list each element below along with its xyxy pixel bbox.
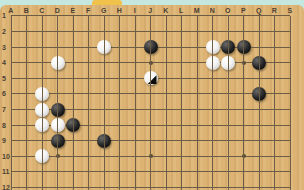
board-intersection-K3[interactable] <box>158 39 174 55</box>
board-intersection-R11[interactable] <box>267 164 283 180</box>
board-intersection-S7[interactable] <box>282 102 298 118</box>
board-intersection-B12[interactable] <box>19 180 35 190</box>
board-intersection-M3[interactable] <box>189 39 205 55</box>
board-intersection-I5[interactable] <box>127 71 143 87</box>
board-intersection-I3[interactable] <box>127 39 143 55</box>
row-label-3: 3 <box>0 39 10 55</box>
board-intersection-O10[interactable] <box>220 149 236 165</box>
board-intersection-L5[interactable] <box>174 71 190 87</box>
board-intersection-B3[interactable] <box>19 39 35 55</box>
board-intersection-N7[interactable] <box>205 102 221 118</box>
board-grid[interactable] <box>3 8 298 190</box>
board-intersection-J2[interactable] <box>143 24 159 40</box>
board-intersection-S9[interactable] <box>282 133 298 149</box>
board-intersection-S4[interactable] <box>282 55 298 71</box>
board-intersection-P6[interactable] <box>236 86 252 102</box>
board-intersection-L7[interactable] <box>174 102 190 118</box>
board-intersection-D8[interactable] <box>50 117 66 133</box>
board-intersection-O3[interactable] <box>220 39 236 55</box>
board-intersection-C7[interactable] <box>34 102 50 118</box>
board-intersection-E7[interactable] <box>65 102 81 118</box>
board-intersection-D7[interactable] <box>50 102 66 118</box>
board-intersection-O12[interactable] <box>220 180 236 190</box>
board-intersection-K10[interactable] <box>158 149 174 165</box>
board-intersection-I9[interactable] <box>127 133 143 149</box>
board-intersection-S3[interactable] <box>282 39 298 55</box>
board-intersection-P8[interactable] <box>236 117 252 133</box>
row-label-11: 11 <box>0 164 10 180</box>
board-intersection-L8[interactable] <box>174 117 190 133</box>
board-intersection-P11[interactable] <box>236 164 252 180</box>
board-intersection-J11[interactable] <box>143 164 159 180</box>
board-intersection-Q6[interactable] <box>251 86 267 102</box>
board-intersection-B5[interactable] <box>19 71 35 87</box>
board-intersection-B7[interactable] <box>19 102 35 118</box>
star-point-D10 <box>56 154 60 158</box>
app-screen: ABCDEFGHIJKLMNOPQRS 123456789101112 <box>0 0 304 190</box>
board-intersection-O11[interactable] <box>220 164 236 180</box>
board-intersection-L2[interactable] <box>174 24 190 40</box>
board-intersection-D4[interactable] <box>50 55 66 71</box>
black-stone-J3 <box>144 40 158 54</box>
board-intersection-H6[interactable] <box>112 86 128 102</box>
row-label-10: 10 <box>0 149 10 165</box>
board-intersection-N3[interactable] <box>205 39 221 55</box>
column-label-D: D <box>50 5 66 17</box>
board-intersection-F8[interactable] <box>81 117 97 133</box>
board-intersection-R10[interactable] <box>267 149 283 165</box>
board-intersection-N10[interactable] <box>205 149 221 165</box>
board-intersection-H5[interactable] <box>112 71 128 87</box>
board-intersection-S5[interactable] <box>282 71 298 87</box>
white-stone-O4 <box>221 56 235 70</box>
board-intersection-B11[interactable] <box>19 164 35 180</box>
board-intersection-B6[interactable] <box>19 86 35 102</box>
row-labels: 123456789101112 <box>0 8 10 190</box>
row-label-4: 4 <box>0 55 10 71</box>
star-point-P4 <box>242 61 246 65</box>
board-intersection-N5[interactable] <box>205 71 221 87</box>
star-point-J10 <box>149 154 153 158</box>
board-intersection-J10[interactable] <box>143 149 159 165</box>
row-label-7: 7 <box>0 102 10 118</box>
board-intersection-R8[interactable] <box>267 117 283 133</box>
board-intersection-B8[interactable] <box>19 117 35 133</box>
column-label-F: F <box>81 5 97 17</box>
board-intersection-F5[interactable] <box>81 71 97 87</box>
board-intersection-E8[interactable] <box>65 117 81 133</box>
board-intersection-D10[interactable] <box>50 149 66 165</box>
column-label-E: E <box>65 5 81 17</box>
board-intersection-G3[interactable] <box>96 39 112 55</box>
board-intersection-G10[interactable] <box>96 149 112 165</box>
board-intersection-J8[interactable] <box>143 117 159 133</box>
board-intersection-R5[interactable] <box>267 71 283 87</box>
board-intersection-L9[interactable] <box>174 133 190 149</box>
board-intersection-D6[interactable] <box>50 86 66 102</box>
board-intersection-Q7[interactable] <box>251 102 267 118</box>
board-intersection-J3[interactable] <box>143 39 159 55</box>
board-intersection-M2[interactable] <box>189 24 205 40</box>
board-intersection-Q2[interactable] <box>251 24 267 40</box>
board-intersection-G9[interactable] <box>96 133 112 149</box>
board-intersection-Q10[interactable] <box>251 149 267 165</box>
board-intersection-D9[interactable] <box>50 133 66 149</box>
column-label-G: G <box>96 5 112 17</box>
board-intersection-C8[interactable] <box>34 117 50 133</box>
board-intersection-P2[interactable] <box>236 24 252 40</box>
column-labels: ABCDEFGHIJKLMNOPQRS <box>3 5 298 16</box>
board-intersection-L10[interactable] <box>174 149 190 165</box>
board-intersection-H9[interactable] <box>112 133 128 149</box>
board-intersection-O9[interactable] <box>220 133 236 149</box>
board-intersection-K8[interactable] <box>158 117 174 133</box>
board-intersection-F11[interactable] <box>81 164 97 180</box>
board-intersection-E5[interactable] <box>65 71 81 87</box>
white-stone-C10 <box>35 149 49 163</box>
white-stone-J5 <box>144 71 158 85</box>
board-intersection-E2[interactable] <box>65 24 81 40</box>
board-intersection-R3[interactable] <box>267 39 283 55</box>
board-intersection-F9[interactable] <box>81 133 97 149</box>
board-intersection-J9[interactable] <box>143 133 159 149</box>
board-intersection-D11[interactable] <box>50 164 66 180</box>
row-label-8: 8 <box>0 117 10 133</box>
board-intersection-F2[interactable] <box>81 24 97 40</box>
board-intersection-M8[interactable] <box>189 117 205 133</box>
board-intersection-H11[interactable] <box>112 164 128 180</box>
board-intersection-L3[interactable] <box>174 39 190 55</box>
board-intersection-O4[interactable] <box>220 55 236 71</box>
board-intersection-Q11[interactable] <box>251 164 267 180</box>
board-intersection-M7[interactable] <box>189 102 205 118</box>
board-intersection-R4[interactable] <box>267 55 283 71</box>
board-intersection-F12[interactable] <box>81 180 97 190</box>
column-label-H: H <box>112 5 128 17</box>
white-stone-N4 <box>206 56 220 70</box>
board-intersection-F6[interactable] <box>81 86 97 102</box>
board-intersection-E10[interactable] <box>65 149 81 165</box>
board-intersection-E12[interactable] <box>65 180 81 190</box>
board-intersection-P10[interactable] <box>236 149 252 165</box>
board-intersection-J12[interactable] <box>143 180 159 190</box>
board-intersection-M9[interactable] <box>189 133 205 149</box>
board-intersection-G12[interactable] <box>96 180 112 190</box>
board-intersection-R12[interactable] <box>267 180 283 190</box>
column-label-K: K <box>158 5 174 17</box>
board-intersection-K9[interactable] <box>158 133 174 149</box>
board-intersection-P4[interactable] <box>236 55 252 71</box>
board-intersection-J5[interactable] <box>143 71 159 87</box>
board-intersection-M5[interactable] <box>189 71 205 87</box>
board-intersection-S12[interactable] <box>282 180 298 190</box>
white-stone-D8 <box>51 118 65 132</box>
board-intersection-P5[interactable] <box>236 71 252 87</box>
board-intersection-B4[interactable] <box>19 55 35 71</box>
board-intersection-N8[interactable] <box>205 117 221 133</box>
board-intersection-S10[interactable] <box>282 149 298 165</box>
board-intersection-I4[interactable] <box>127 55 143 71</box>
column-label-O: O <box>220 5 236 17</box>
white-stone-D4 <box>51 56 65 70</box>
board-intersection-I7[interactable] <box>127 102 143 118</box>
white-stone-G3 <box>97 40 111 54</box>
board-intersection-I2[interactable] <box>127 24 143 40</box>
board-intersection-C5[interactable] <box>34 71 50 87</box>
board-intersection-E3[interactable] <box>65 39 81 55</box>
board-intersection-S6[interactable] <box>282 86 298 102</box>
board-intersection-D3[interactable] <box>50 39 66 55</box>
board-intersection-G4[interactable] <box>96 55 112 71</box>
column-label-J: J <box>143 5 159 17</box>
black-stone-D7 <box>51 103 65 117</box>
board-intersection-Q4[interactable] <box>251 55 267 71</box>
board-intersection-M11[interactable] <box>189 164 205 180</box>
column-label-S: S <box>282 5 298 17</box>
board-intersection-N4[interactable] <box>205 55 221 71</box>
white-stone-C7 <box>35 103 49 117</box>
board-intersection-M6[interactable] <box>189 86 205 102</box>
board-intersection-I11[interactable] <box>127 164 143 180</box>
board-intersection-O2[interactable] <box>220 24 236 40</box>
board-intersection-R2[interactable] <box>267 24 283 40</box>
column-label-L: L <box>174 5 190 17</box>
black-stone-O3 <box>221 40 235 54</box>
board-intersection-B2[interactable] <box>19 24 35 40</box>
board-intersection-S8[interactable] <box>282 117 298 133</box>
board-intersection-H10[interactable] <box>112 149 128 165</box>
black-stone-P3 <box>237 40 251 54</box>
board-intersection-E11[interactable] <box>65 164 81 180</box>
board-intersection-J7[interactable] <box>143 102 159 118</box>
board-intersection-Q8[interactable] <box>251 117 267 133</box>
board-intersection-D5[interactable] <box>50 71 66 87</box>
board-intersection-C6[interactable] <box>34 86 50 102</box>
board-intersection-G2[interactable] <box>96 24 112 40</box>
board-intersection-N12[interactable] <box>205 180 221 190</box>
board-intersection-C12[interactable] <box>34 180 50 190</box>
board-intersection-S11[interactable] <box>282 164 298 180</box>
board-intersection-H12[interactable] <box>112 180 128 190</box>
black-stone-G9 <box>97 134 111 148</box>
board-intersection-P7[interactable] <box>236 102 252 118</box>
board-intersection-H4[interactable] <box>112 55 128 71</box>
board-intersection-C11[interactable] <box>34 164 50 180</box>
board-intersection-K2[interactable] <box>158 24 174 40</box>
row-label-2: 2 <box>0 24 10 40</box>
board-intersection-O6[interactable] <box>220 86 236 102</box>
board-intersection-C2[interactable] <box>34 24 50 40</box>
board-intersection-L6[interactable] <box>174 86 190 102</box>
board-intersection-G5[interactable] <box>96 71 112 87</box>
board-intersection-B9[interactable] <box>19 133 35 149</box>
white-stone-C8 <box>35 118 49 132</box>
board-intersection-K12[interactable] <box>158 180 174 190</box>
board-intersection-L11[interactable] <box>174 164 190 180</box>
board-intersection-Q9[interactable] <box>251 133 267 149</box>
board-intersection-C4[interactable] <box>34 55 50 71</box>
board-intersection-F4[interactable] <box>81 55 97 71</box>
board-intersection-C10[interactable] <box>34 149 50 165</box>
board-intersection-F10[interactable] <box>81 149 97 165</box>
board-intersection-H8[interactable] <box>112 117 128 133</box>
board-intersection-O5[interactable] <box>220 71 236 87</box>
board-intersection-K6[interactable] <box>158 86 174 102</box>
board-intersection-G6[interactable] <box>96 86 112 102</box>
board-intersection-I12[interactable] <box>127 180 143 190</box>
star-point-P10 <box>242 154 246 158</box>
board-intersection-Q3[interactable] <box>251 39 267 55</box>
black-stone-E8 <box>66 118 80 132</box>
board-intersection-F7[interactable] <box>81 102 97 118</box>
row-label-1: 1 <box>0 8 10 24</box>
board-intersection-I6[interactable] <box>127 86 143 102</box>
board-intersection-M4[interactable] <box>189 55 205 71</box>
board-intersection-Q5[interactable] <box>251 71 267 87</box>
board-intersection-E9[interactable] <box>65 133 81 149</box>
board-intersection-F3[interactable] <box>81 39 97 55</box>
board-intersection-Q12[interactable] <box>251 180 267 190</box>
board-intersection-L4[interactable] <box>174 55 190 71</box>
column-label-M: M <box>189 5 205 17</box>
board-intersection-G8[interactable] <box>96 117 112 133</box>
row-label-5: 5 <box>0 71 10 87</box>
board-intersection-N2[interactable] <box>205 24 221 40</box>
board-intersection-E4[interactable] <box>65 55 81 71</box>
board-intersection-N11[interactable] <box>205 164 221 180</box>
board-intersection-P3[interactable] <box>236 39 252 55</box>
last-move-triangle-marker <box>148 75 157 84</box>
column-label-C: C <box>34 5 50 17</box>
board-intersection-S2[interactable] <box>282 24 298 40</box>
board-intersection-N6[interactable] <box>205 86 221 102</box>
board-intersection-M12[interactable] <box>189 180 205 190</box>
column-label-B: B <box>19 5 35 17</box>
board-intersection-K11[interactable] <box>158 164 174 180</box>
board-intersection-B10[interactable] <box>19 149 35 165</box>
board-intersection-J6[interactable] <box>143 86 159 102</box>
board-intersection-R6[interactable] <box>267 86 283 102</box>
board-intersection-R9[interactable] <box>267 133 283 149</box>
row-label-12: 12 <box>0 180 10 190</box>
black-stone-D9 <box>51 134 65 148</box>
board-intersection-C3[interactable] <box>34 39 50 55</box>
board-intersection-P9[interactable] <box>236 133 252 149</box>
board-intersection-O7[interactable] <box>220 102 236 118</box>
white-stone-C6 <box>35 87 49 101</box>
board-intersection-N9[interactable] <box>205 133 221 149</box>
board-intersection-H2[interactable] <box>112 24 128 40</box>
board-intersection-P12[interactable] <box>236 180 252 190</box>
board-intersection-G7[interactable] <box>96 102 112 118</box>
board-intersection-R7[interactable] <box>267 102 283 118</box>
black-stone-Q6 <box>252 87 266 101</box>
go-board[interactable]: ABCDEFGHIJKLMNOPQRS 123456789101112 <box>0 5 304 190</box>
board-intersection-L12[interactable] <box>174 180 190 190</box>
black-stone-Q4 <box>252 56 266 70</box>
board-intersection-K4[interactable] <box>158 55 174 71</box>
board-intersection-O8[interactable] <box>220 117 236 133</box>
board-intersection-G11[interactable] <box>96 164 112 180</box>
column-label-N: N <box>205 5 221 17</box>
board-intersection-H7[interactable] <box>112 102 128 118</box>
row-label-6: 6 <box>0 86 10 102</box>
board-intersection-I10[interactable] <box>127 149 143 165</box>
board-intersection-M10[interactable] <box>189 149 205 165</box>
row-label-9: 9 <box>0 133 10 149</box>
board-intersection-D2[interactable] <box>50 24 66 40</box>
board-intersection-J4[interactable] <box>143 55 159 71</box>
board-intersection-I8[interactable] <box>127 117 143 133</box>
board-intersection-E6[interactable] <box>65 86 81 102</box>
board-intersection-D12[interactable] <box>50 180 66 190</box>
board-intersection-H3[interactable] <box>112 39 128 55</box>
column-label-P: P <box>236 5 252 17</box>
white-stone-N3 <box>206 40 220 54</box>
column-label-R: R <box>267 5 283 17</box>
column-label-I: I <box>127 5 143 17</box>
board-intersection-K7[interactable] <box>158 102 174 118</box>
board-intersection-C9[interactable] <box>34 133 50 149</box>
board-intersection-K5[interactable] <box>158 71 174 87</box>
column-label-Q: Q <box>251 5 267 17</box>
star-point-J4 <box>149 61 153 65</box>
